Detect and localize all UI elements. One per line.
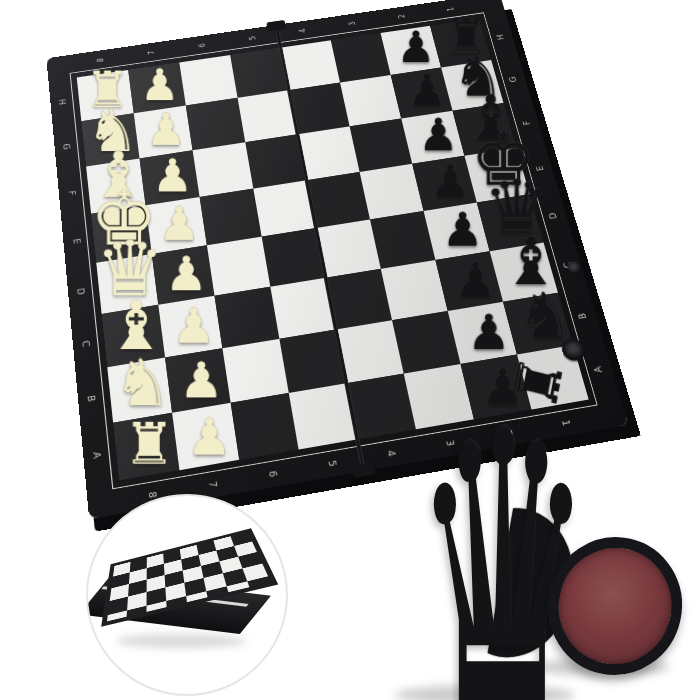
coord-label: 6 [198, 43, 207, 48]
coord-label: G [62, 143, 72, 150]
square [279, 329, 346, 393]
white-pawn: ♟ [140, 63, 179, 107]
square [230, 48, 289, 98]
coord-label: H [496, 33, 506, 39]
white-pawn: ♟ [158, 201, 200, 247]
coord-label: 8 [146, 490, 158, 498]
product-photo: ♜♟♟♜♞♟♟♞♝♟♟♝♚♟♟♚♛♟♟♛♝♟♟♝♞♟♟♞♜♟♟♜ HGFEDCB… [0, 0, 700, 700]
folded-board-inset [86, 494, 288, 696]
coord-label: B [86, 394, 97, 402]
square [186, 98, 245, 151]
white-pawn: ♟ [165, 250, 207, 297]
coord-label: F [521, 120, 532, 126]
square: ♟ [172, 403, 239, 470]
coord-label: D [76, 287, 87, 295]
coord-label: 5 [326, 459, 338, 467]
square [215, 287, 280, 348]
square [307, 172, 370, 228]
white-pawn: ♟ [179, 356, 223, 405]
square: ♟ [435, 251, 503, 311]
black-pawn: ♟ [429, 158, 470, 204]
coord-label: C [81, 339, 92, 347]
square [193, 142, 254, 197]
coord-label: 6 [266, 469, 278, 477]
coord-label: H [57, 98, 67, 105]
black-pawn: ♟ [441, 206, 483, 253]
black-knight: ♞ [516, 284, 572, 347]
square [231, 393, 299, 460]
square [179, 55, 237, 106]
coord-label: 3 [348, 21, 357, 26]
coord-label: F [66, 190, 76, 196]
square [200, 189, 262, 246]
black-pawn: ♟ [396, 26, 435, 69]
coord-label: B [577, 312, 589, 320]
white-pawn: ♟ [186, 412, 231, 462]
coord-label: G [508, 75, 519, 82]
coord-label: 4 [299, 28, 308, 33]
folded-board-shadow [116, 634, 246, 648]
coord-label: 2 [398, 14, 407, 19]
white-knight: ♞ [113, 350, 171, 415]
square: ♟ [165, 348, 231, 413]
square [340, 75, 401, 126]
coord-label: E [71, 237, 82, 244]
black-pawn: ♟ [454, 256, 497, 303]
square [253, 180, 316, 236]
square: ♜ [113, 413, 179, 481]
piece-closeup-inset: ♟ ♛ [340, 380, 700, 700]
black-pawn: ♟ [418, 112, 458, 157]
coord-label: 7 [206, 480, 218, 488]
square [222, 339, 288, 403]
coord-label: 5 [248, 35, 257, 40]
coord-label: A [91, 450, 103, 458]
black-pawn: ♟ [407, 68, 446, 112]
square [207, 237, 270, 296]
white-pawn: ♟ [171, 302, 214, 350]
square [381, 260, 448, 320]
white-rook: ♜ [123, 415, 174, 472]
coord-label: 7 [148, 50, 157, 55]
white-pawn: ♟ [146, 107, 186, 152]
white-pawn: ♟ [152, 153, 193, 199]
